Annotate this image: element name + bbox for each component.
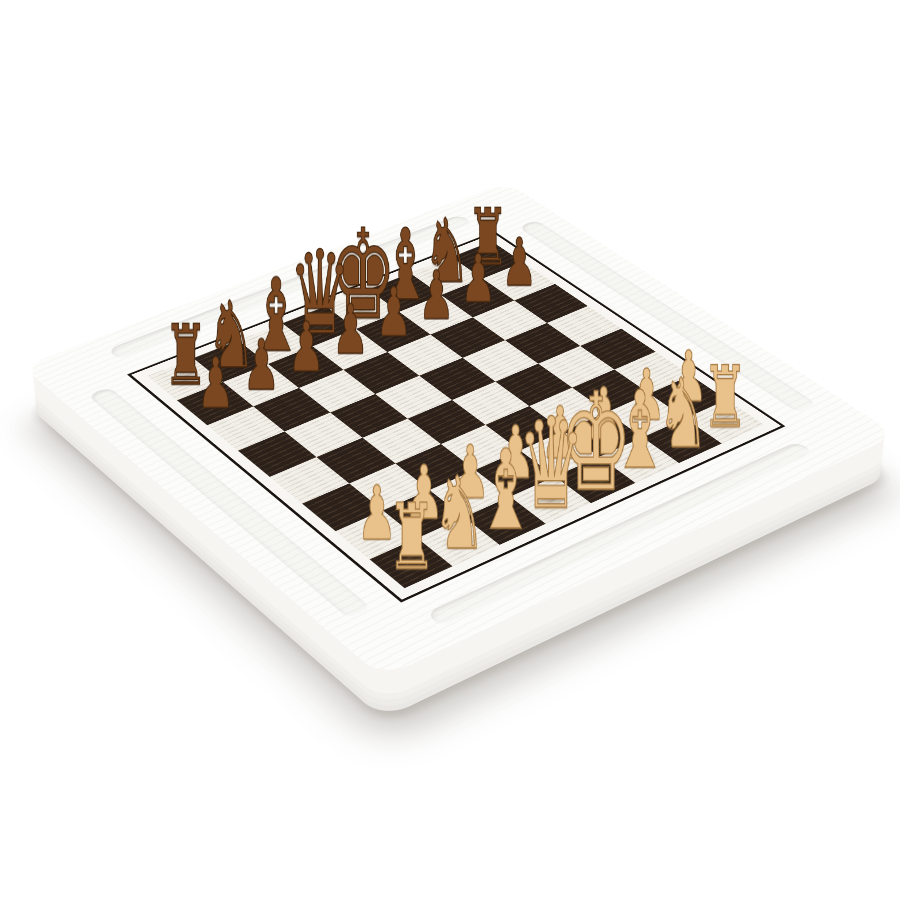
piece-layer: ♜♞♝♛♚♝♞♜♟♟♟♟♟♟♟♟♟♟♟♟♟♟♟♟♜♞♝♛♚♝♞♜	[148, 241, 764, 588]
product-photo-stage: ♜♞♝♛♚♝♞♜♟♟♟♟♟♟♟♟♟♟♟♟♟♟♟♟♜♞♝♛♚♝♞♜	[0, 0, 900, 900]
black-pawn-glyph: ♟	[167, 349, 263, 419]
board-frame: ♜♞♝♛♚♝♞♜♟♟♟♟♟♟♟♟♟♟♟♟♟♟♟♟♜♞♝♛♚♝♞♜	[22, 182, 896, 678]
chess-board: ♜♞♝♛♚♝♞♜♟♟♟♟♟♟♟♟♟♟♟♟♟♟♟♟♜♞♝♛♚♝♞♜	[22, 182, 896, 678]
perspective-scene: ♜♞♝♛♚♝♞♜♟♟♟♟♟♟♟♟♟♟♟♟♟♟♟♟♜♞♝♛♚♝♞♜	[0, 0, 900, 900]
